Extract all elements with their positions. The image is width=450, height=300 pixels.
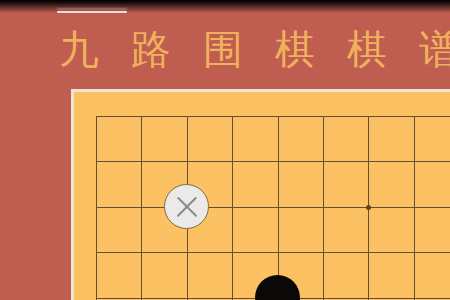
grid-line-vertical bbox=[232, 116, 233, 300]
stone-black-e5[interactable] bbox=[255, 275, 300, 300]
grid-line-horizontal bbox=[96, 161, 450, 162]
grid-line-vertical bbox=[414, 116, 415, 300]
stone-white-c7[interactable] bbox=[164, 184, 209, 229]
star-point bbox=[366, 205, 371, 210]
grid-line-vertical bbox=[278, 116, 279, 300]
grid-line-horizontal bbox=[96, 116, 450, 117]
go-diagram-stage: 九路围棋棋谱 bbox=[0, 0, 450, 300]
page-title: 九路围棋棋谱 bbox=[59, 26, 450, 72]
grid-line-vertical bbox=[323, 116, 324, 300]
grid-line-vertical bbox=[96, 116, 97, 300]
watermark-underline bbox=[57, 11, 127, 13]
grid-line-horizontal bbox=[96, 252, 450, 253]
grid-line-horizontal bbox=[96, 207, 450, 208]
grid-line-vertical bbox=[141, 116, 142, 300]
